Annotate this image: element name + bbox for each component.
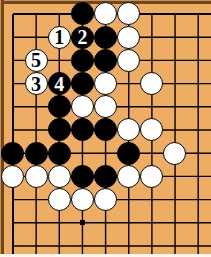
move-number-label: 5 xyxy=(31,50,41,70)
black-stone xyxy=(94,165,117,188)
white-stone xyxy=(94,72,117,95)
white-stone xyxy=(117,49,140,72)
white-stone xyxy=(140,118,163,141)
white-stone xyxy=(117,26,140,49)
white-stone xyxy=(117,118,140,141)
white-stone xyxy=(117,2,140,25)
black-stone xyxy=(1,142,24,165)
white-stone xyxy=(94,2,117,25)
white-stone xyxy=(1,165,24,188)
white-stone xyxy=(48,188,71,211)
white-stone xyxy=(163,142,186,165)
black-stone xyxy=(117,142,140,165)
black-stone xyxy=(71,72,94,95)
white-stone xyxy=(71,188,94,211)
black-stone-move-4: 4 xyxy=(48,72,71,95)
white-stone xyxy=(94,95,117,118)
black-stone xyxy=(48,95,71,118)
black-stone xyxy=(71,165,94,188)
white-stone xyxy=(140,165,163,188)
white-stone xyxy=(25,165,48,188)
white-stone xyxy=(71,95,94,118)
black-stone xyxy=(48,118,71,141)
black-stone xyxy=(94,26,117,49)
board-frame-left-edge xyxy=(0,0,4,257)
stones-layer: 12534 xyxy=(1,2,209,257)
black-stone xyxy=(71,49,94,72)
black-stone xyxy=(25,142,48,165)
move-number-label: 4 xyxy=(54,73,64,93)
move-number-label: 2 xyxy=(77,27,87,47)
black-stone-move-2: 2 xyxy=(71,26,94,49)
black-stone xyxy=(94,49,117,72)
white-stone xyxy=(140,72,163,95)
move-number-label: 1 xyxy=(54,27,64,47)
white-stone xyxy=(94,188,117,211)
white-stone xyxy=(48,165,71,188)
go-board: 12534 xyxy=(0,0,211,257)
white-stone xyxy=(117,165,140,188)
black-stone xyxy=(71,2,94,25)
black-stone xyxy=(71,118,94,141)
move-number-label: 3 xyxy=(31,73,41,93)
white-stone-move-1: 1 xyxy=(48,26,71,49)
white-stone-move-3: 3 xyxy=(25,72,48,95)
star-point xyxy=(80,220,85,225)
white-stone-move-5: 5 xyxy=(25,49,48,72)
black-stone xyxy=(94,118,117,141)
black-stone xyxy=(48,142,71,165)
